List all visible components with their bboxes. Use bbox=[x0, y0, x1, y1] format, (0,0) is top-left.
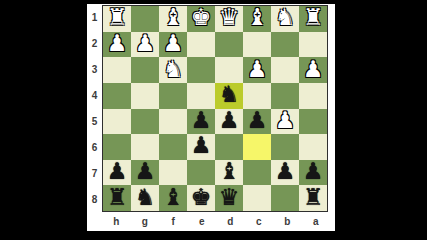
chess-board: ♜♝♚♛♝♞♜♟♟♟♞♟♟♞♟♟♟♟♟♟♟♝♟♟♜♞♝♚♛♜ bbox=[102, 5, 328, 212]
square-d3[interactable] bbox=[215, 57, 243, 83]
rank-label-5: 5 bbox=[87, 109, 102, 135]
square-c5[interactable]: ♟ bbox=[243, 109, 271, 135]
piece-black-pawn: ♟ bbox=[107, 160, 128, 183]
piece-black-pawn: ♟ bbox=[135, 160, 156, 183]
square-e1[interactable]: ♚ bbox=[187, 6, 215, 32]
square-b7[interactable]: ♟ bbox=[271, 160, 299, 186]
square-e7[interactable] bbox=[187, 160, 215, 186]
rank-coordinates: 12345678 bbox=[87, 5, 102, 212]
square-a5[interactable] bbox=[299, 109, 327, 135]
piece-black-pawn: ♟ bbox=[275, 160, 296, 183]
square-b1[interactable]: ♞ bbox=[271, 6, 299, 32]
square-d7[interactable]: ♝ bbox=[215, 160, 243, 186]
file-label-c: c bbox=[245, 213, 274, 230]
square-g8[interactable]: ♞ bbox=[131, 185, 159, 211]
square-h4[interactable] bbox=[103, 83, 131, 109]
square-f4[interactable] bbox=[159, 83, 187, 109]
file-label-f: f bbox=[159, 213, 188, 230]
piece-white-bishop: ♝ bbox=[247, 6, 268, 29]
piece-black-pawn: ♟ bbox=[191, 134, 212, 157]
piece-black-rook: ♜ bbox=[303, 186, 324, 209]
square-e8[interactable]: ♚ bbox=[187, 185, 215, 211]
square-a4[interactable] bbox=[299, 83, 327, 109]
square-a7[interactable]: ♟ bbox=[299, 160, 327, 186]
square-g2[interactable]: ♟ bbox=[131, 32, 159, 58]
piece-white-pawn: ♟ bbox=[275, 109, 296, 132]
rank-label-1: 1 bbox=[87, 5, 102, 31]
file-label-a: a bbox=[302, 213, 331, 230]
square-f6[interactable] bbox=[159, 134, 187, 160]
piece-white-rook: ♜ bbox=[107, 6, 128, 29]
square-a1[interactable]: ♜ bbox=[299, 6, 327, 32]
square-d2[interactable] bbox=[215, 32, 243, 58]
square-f3[interactable]: ♞ bbox=[159, 57, 187, 83]
square-h3[interactable] bbox=[103, 57, 131, 83]
square-d6[interactable] bbox=[215, 134, 243, 160]
square-d5[interactable]: ♟ bbox=[215, 109, 243, 135]
file-label-e: e bbox=[188, 213, 217, 230]
square-b3[interactable] bbox=[271, 57, 299, 83]
video-frame: { "game": "chess", "position": { "fen": … bbox=[0, 0, 427, 240]
square-d1[interactable]: ♛ bbox=[215, 6, 243, 32]
piece-black-knight: ♞ bbox=[135, 186, 156, 209]
square-g3[interactable] bbox=[131, 57, 159, 83]
piece-black-knight: ♞ bbox=[219, 83, 240, 106]
piece-white-pawn: ♟ bbox=[303, 58, 324, 81]
file-label-g: g bbox=[131, 213, 160, 230]
square-e5[interactable]: ♟ bbox=[187, 109, 215, 135]
square-f2[interactable]: ♟ bbox=[159, 32, 187, 58]
piece-black-bishop: ♝ bbox=[163, 186, 184, 209]
file-coordinates: hgfedcba bbox=[102, 213, 330, 230]
rank-label-2: 2 bbox=[87, 31, 102, 57]
square-c7[interactable] bbox=[243, 160, 271, 186]
square-g5[interactable] bbox=[131, 109, 159, 135]
rank-label-3: 3 bbox=[87, 57, 102, 83]
piece-white-pawn: ♟ bbox=[163, 32, 184, 55]
square-f5[interactable] bbox=[159, 109, 187, 135]
square-f8[interactable]: ♝ bbox=[159, 185, 187, 211]
piece-white-knight: ♞ bbox=[275, 6, 296, 29]
square-d8[interactable]: ♛ bbox=[215, 185, 243, 211]
rank-label-8: 8 bbox=[87, 186, 102, 212]
square-h5[interactable] bbox=[103, 109, 131, 135]
square-a2[interactable] bbox=[299, 32, 327, 58]
piece-black-bishop: ♝ bbox=[219, 160, 240, 183]
piece-white-pawn: ♟ bbox=[135, 32, 156, 55]
square-b2[interactable] bbox=[271, 32, 299, 58]
piece-black-king: ♚ bbox=[191, 186, 212, 209]
square-a8[interactable]: ♜ bbox=[299, 185, 327, 211]
square-g7[interactable]: ♟ bbox=[131, 160, 159, 186]
piece-black-pawn: ♟ bbox=[247, 109, 268, 132]
file-label-d: d bbox=[216, 213, 245, 230]
square-f7[interactable] bbox=[159, 160, 187, 186]
square-b8[interactable] bbox=[271, 185, 299, 211]
square-c6-highlighted[interactable] bbox=[243, 134, 271, 160]
square-a6[interactable] bbox=[299, 134, 327, 160]
piece-black-rook: ♜ bbox=[107, 186, 128, 209]
rank-label-7: 7 bbox=[87, 160, 102, 186]
piece-white-pawn: ♟ bbox=[107, 32, 128, 55]
piece-white-queen: ♛ bbox=[219, 6, 240, 29]
piece-black-pawn: ♟ bbox=[303, 160, 324, 183]
piece-white-king: ♚ bbox=[191, 6, 212, 29]
file-label-b: b bbox=[273, 213, 302, 230]
piece-white-knight: ♞ bbox=[163, 58, 184, 81]
square-c2[interactable] bbox=[243, 32, 271, 58]
square-c8[interactable] bbox=[243, 185, 271, 211]
rank-label-6: 6 bbox=[87, 134, 102, 160]
rank-label-4: 4 bbox=[87, 83, 102, 109]
piece-white-bishop: ♝ bbox=[163, 6, 184, 29]
square-c3[interactable]: ♟ bbox=[243, 57, 271, 83]
square-b6[interactable] bbox=[271, 134, 299, 160]
square-b4[interactable] bbox=[271, 83, 299, 109]
piece-white-rook: ♜ bbox=[303, 6, 324, 29]
square-g4[interactable] bbox=[131, 83, 159, 109]
square-h2[interactable]: ♟ bbox=[103, 32, 131, 58]
square-b5[interactable]: ♟ bbox=[271, 109, 299, 135]
square-g1[interactable] bbox=[131, 6, 159, 32]
square-c4[interactable] bbox=[243, 83, 271, 109]
board-panel: 12345678 ♜♝♚♛♝♞♜♟♟♟♞♟♟♞♟♟♟♟♟♟♟♝♟♟♜♞♝♚♛♜ … bbox=[87, 4, 335, 231]
file-label-h: h bbox=[102, 213, 131, 230]
square-e3[interactable] bbox=[187, 57, 215, 83]
square-f1[interactable]: ♝ bbox=[159, 6, 187, 32]
square-d4-highlighted[interactable]: ♞ bbox=[215, 83, 243, 109]
square-e6[interactable]: ♟ bbox=[187, 134, 215, 160]
piece-black-pawn: ♟ bbox=[191, 109, 212, 132]
piece-black-queen: ♛ bbox=[219, 186, 240, 209]
square-g6[interactable] bbox=[131, 134, 159, 160]
square-h1[interactable]: ♜ bbox=[103, 6, 131, 32]
square-c1[interactable]: ♝ bbox=[243, 6, 271, 32]
square-e4[interactable] bbox=[187, 83, 215, 109]
piece-black-pawn: ♟ bbox=[219, 109, 240, 132]
piece-white-pawn: ♟ bbox=[247, 58, 268, 81]
square-h7[interactable]: ♟ bbox=[103, 160, 131, 186]
square-h6[interactable] bbox=[103, 134, 131, 160]
square-e2[interactable] bbox=[187, 32, 215, 58]
square-h8[interactable]: ♜ bbox=[103, 185, 131, 211]
square-a3[interactable]: ♟ bbox=[299, 57, 327, 83]
